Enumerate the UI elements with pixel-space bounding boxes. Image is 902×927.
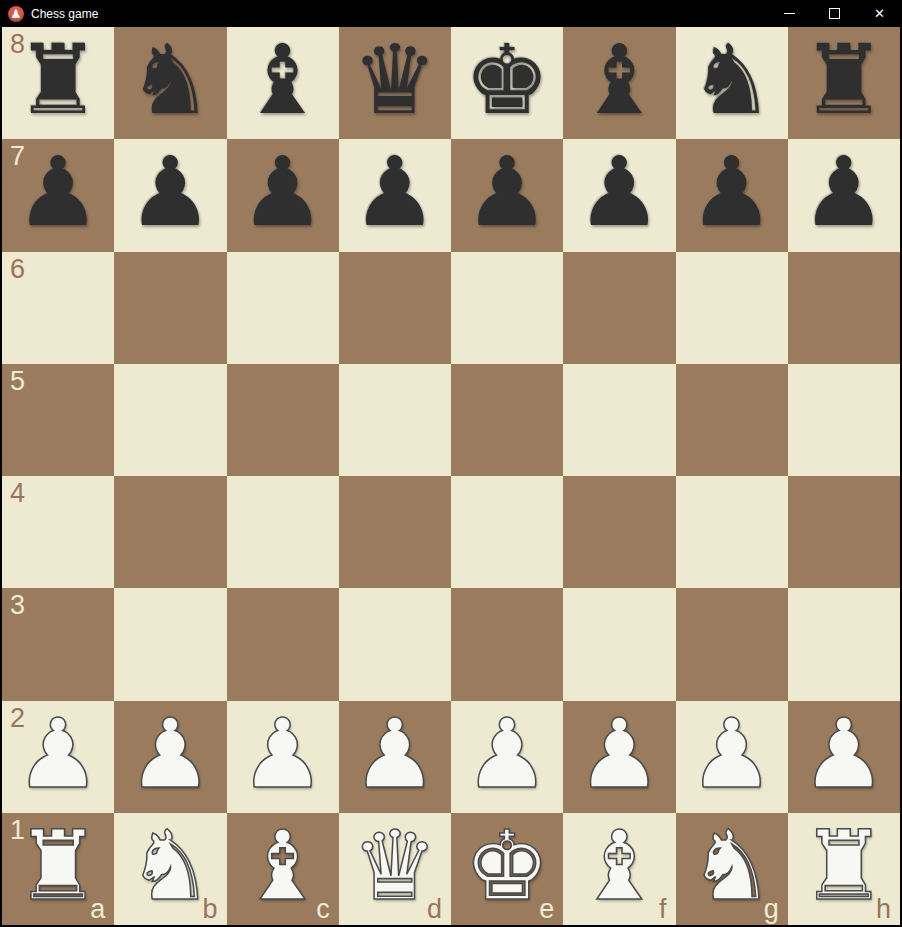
- square-e6[interactable]: [451, 252, 563, 364]
- square-g1[interactable]: g♞: [676, 813, 788, 925]
- rank-label-3: 3: [10, 592, 25, 619]
- piece-white-knight[interactable]: ♞: [689, 818, 775, 914]
- square-e2[interactable]: ♟: [451, 701, 563, 813]
- square-f3[interactable]: [563, 588, 675, 700]
- piece-black-rook[interactable]: ♜: [801, 32, 887, 128]
- square-a5[interactable]: 5: [2, 364, 114, 476]
- piece-white-king[interactable]: ♚: [464, 818, 550, 914]
- piece-white-pawn[interactable]: ♟: [801, 706, 887, 802]
- square-c7[interactable]: ♟: [227, 139, 339, 251]
- square-d2[interactable]: ♟: [339, 701, 451, 813]
- piece-white-rook[interactable]: ♜: [801, 818, 887, 914]
- square-e4[interactable]: [451, 476, 563, 588]
- chess-game-window: ♟ Chess game ✕ 8♜♞♝♛♚♝♞♜7♟♟♟♟♟♟♟♟65432♟♟…: [0, 0, 902, 927]
- piece-white-bishop[interactable]: ♝: [240, 818, 326, 914]
- square-b5[interactable]: [114, 364, 226, 476]
- square-d8[interactable]: ♛: [339, 27, 451, 139]
- piece-black-pawn[interactable]: ♟: [15, 144, 101, 240]
- square-f5[interactable]: [563, 364, 675, 476]
- square-h4[interactable]: [788, 476, 900, 588]
- square-a4[interactable]: 4: [2, 476, 114, 588]
- close-button[interactable]: ✕: [857, 0, 902, 27]
- square-d6[interactable]: [339, 252, 451, 364]
- piece-white-pawn[interactable]: ♟: [127, 706, 213, 802]
- square-c3[interactable]: [227, 588, 339, 700]
- close-icon: ✕: [874, 7, 885, 20]
- piece-black-pawn[interactable]: ♟: [801, 144, 887, 240]
- piece-black-knight[interactable]: ♞: [689, 32, 775, 128]
- square-h2[interactable]: ♟: [788, 701, 900, 813]
- minimize-button[interactable]: [767, 0, 812, 27]
- piece-black-pawn[interactable]: ♟: [689, 144, 775, 240]
- square-g3[interactable]: [676, 588, 788, 700]
- square-a6[interactable]: 6: [2, 252, 114, 364]
- square-d5[interactable]: [339, 364, 451, 476]
- square-f4[interactable]: [563, 476, 675, 588]
- piece-black-pawn[interactable]: ♟: [464, 144, 550, 240]
- square-g6[interactable]: [676, 252, 788, 364]
- square-c4[interactable]: [227, 476, 339, 588]
- piece-white-pawn[interactable]: ♟: [689, 706, 775, 802]
- piece-white-knight[interactable]: ♞: [127, 818, 213, 914]
- window-title: Chess game: [31, 7, 767, 21]
- piece-white-pawn[interactable]: ♟: [240, 706, 326, 802]
- square-e3[interactable]: [451, 588, 563, 700]
- square-c6[interactable]: [227, 252, 339, 364]
- app-icon: ♟: [8, 6, 24, 22]
- square-e1[interactable]: e♚: [451, 813, 563, 925]
- piece-black-bishop[interactable]: ♝: [576, 32, 662, 128]
- piece-black-queen[interactable]: ♛: [352, 32, 438, 128]
- piece-black-pawn[interactable]: ♟: [240, 144, 326, 240]
- square-d1[interactable]: d♛: [339, 813, 451, 925]
- square-f7[interactable]: ♟: [563, 139, 675, 251]
- square-b1[interactable]: b♞: [114, 813, 226, 925]
- square-d4[interactable]: [339, 476, 451, 588]
- piece-white-queen[interactable]: ♛: [352, 818, 438, 914]
- square-d3[interactable]: [339, 588, 451, 700]
- piece-white-pawn[interactable]: ♟: [464, 706, 550, 802]
- square-c8[interactable]: ♝: [227, 27, 339, 139]
- maximize-icon: [829, 8, 840, 19]
- piece-white-bishop[interactable]: ♝: [576, 818, 662, 914]
- square-a7[interactable]: 7♟: [2, 139, 114, 251]
- rank-label-6: 6: [10, 256, 25, 283]
- square-b3[interactable]: [114, 588, 226, 700]
- square-a1[interactable]: 1a♜: [2, 813, 114, 925]
- piece-white-pawn[interactable]: ♟: [352, 706, 438, 802]
- square-a2[interactable]: 2♟: [2, 701, 114, 813]
- square-f2[interactable]: ♟: [563, 701, 675, 813]
- piece-black-pawn[interactable]: ♟: [576, 144, 662, 240]
- rank-label-5: 5: [10, 368, 25, 395]
- rank-label-4: 4: [10, 480, 25, 507]
- piece-black-pawn[interactable]: ♟: [127, 144, 213, 240]
- square-c2[interactable]: ♟: [227, 701, 339, 813]
- square-h1[interactable]: h♜: [788, 813, 900, 925]
- square-g2[interactable]: ♟: [676, 701, 788, 813]
- square-h3[interactable]: [788, 588, 900, 700]
- chess-pawn-icon: ♟: [11, 8, 22, 20]
- square-e5[interactable]: [451, 364, 563, 476]
- square-b4[interactable]: [114, 476, 226, 588]
- square-g5[interactable]: [676, 364, 788, 476]
- square-b6[interactable]: [114, 252, 226, 364]
- chess-board: 8♜♞♝♛♚♝♞♜7♟♟♟♟♟♟♟♟65432♟♟♟♟♟♟♟♟1a♜b♞c♝d♛…: [2, 27, 900, 925]
- square-d7[interactable]: ♟: [339, 139, 451, 251]
- square-b2[interactable]: ♟: [114, 701, 226, 813]
- square-e8[interactable]: ♚: [451, 27, 563, 139]
- piece-black-bishop[interactable]: ♝: [240, 32, 326, 128]
- square-h7[interactable]: ♟: [788, 139, 900, 251]
- square-f1[interactable]: f♝: [563, 813, 675, 925]
- square-g8[interactable]: ♞: [676, 27, 788, 139]
- window-controls: ✕: [767, 0, 902, 27]
- piece-white-rook[interactable]: ♜: [15, 818, 101, 914]
- square-a8[interactable]: 8♜: [2, 27, 114, 139]
- square-b7[interactable]: ♟: [114, 139, 226, 251]
- square-g7[interactable]: ♟: [676, 139, 788, 251]
- piece-black-pawn[interactable]: ♟: [352, 144, 438, 240]
- piece-black-rook[interactable]: ♜: [15, 32, 101, 128]
- square-a3[interactable]: 3: [2, 588, 114, 700]
- piece-white-pawn[interactable]: ♟: [15, 706, 101, 802]
- titlebar: ♟ Chess game ✕: [0, 0, 902, 27]
- square-e7[interactable]: ♟: [451, 139, 563, 251]
- piece-black-king[interactable]: ♚: [464, 32, 550, 128]
- square-f6[interactable]: [563, 252, 675, 364]
- square-h5[interactable]: [788, 364, 900, 476]
- square-b8[interactable]: ♞: [114, 27, 226, 139]
- piece-white-pawn[interactable]: ♟: [576, 706, 662, 802]
- square-c1[interactable]: c♝: [227, 813, 339, 925]
- square-g4[interactable]: [676, 476, 788, 588]
- maximize-button[interactable]: [812, 0, 857, 27]
- square-c5[interactable]: [227, 364, 339, 476]
- square-h6[interactable]: [788, 252, 900, 364]
- piece-black-knight[interactable]: ♞: [127, 32, 213, 128]
- square-f8[interactable]: ♝: [563, 27, 675, 139]
- square-h8[interactable]: ♜: [788, 27, 900, 139]
- minimize-icon: [784, 13, 795, 14]
